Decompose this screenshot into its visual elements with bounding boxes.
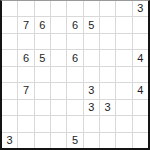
empty-cell-r4c1[interactable] (2, 50, 17, 65)
clue-cell-r4c3: 5 (35, 50, 50, 65)
empty-cell-r6c4[interactable] (51, 83, 66, 98)
empty-cell-r2c1[interactable] (2, 17, 17, 32)
empty-cell-r3c4[interactable] (51, 34, 66, 49)
empty-cell-r7c1[interactable] (2, 100, 17, 115)
empty-cell-r8c8[interactable] (116, 116, 131, 131)
clue-cell-r4c5: 6 (67, 50, 82, 65)
empty-cell-r3c2[interactable] (18, 34, 33, 49)
empty-cell-r2c9[interactable] (133, 17, 148, 32)
clue-cell-r1c9: 3 (133, 1, 148, 16)
clue-cell-r9c5: 5 (67, 133, 82, 148)
empty-cell-r8c6[interactable] (84, 116, 99, 131)
empty-cell-r4c6[interactable] (84, 50, 99, 65)
empty-cell-r9c6[interactable] (84, 133, 99, 148)
empty-cell-r1c8[interactable] (116, 1, 131, 16)
empty-cell-r1c6[interactable] (84, 1, 99, 16)
empty-cell-r6c8[interactable] (116, 83, 131, 98)
empty-cell-r5c3[interactable] (35, 67, 50, 82)
clue-cell-r7c6: 3 (84, 100, 99, 115)
empty-cell-r7c9[interactable] (133, 100, 148, 115)
empty-cell-r1c1[interactable] (2, 1, 17, 16)
empty-cell-r2c8[interactable] (116, 17, 131, 32)
empty-cell-r3c9[interactable] (133, 34, 148, 49)
clue-cell-r2c2: 7 (18, 17, 33, 32)
empty-cell-r3c3[interactable] (35, 34, 50, 49)
empty-cell-r8c5[interactable] (67, 116, 82, 131)
empty-cell-r7c5[interactable] (67, 100, 82, 115)
empty-cell-r8c7[interactable] (100, 116, 115, 131)
empty-cell-r3c5[interactable] (67, 34, 82, 49)
empty-cell-r1c2[interactable] (18, 1, 33, 16)
empty-cell-r6c3[interactable] (35, 83, 50, 98)
clue-cell-r4c2: 6 (18, 50, 33, 65)
empty-cell-r3c7[interactable] (100, 34, 115, 49)
clue-cell-r6c6: 3 (84, 83, 99, 98)
empty-cell-r5c4[interactable] (51, 67, 66, 82)
empty-cell-r9c3[interactable] (35, 133, 50, 148)
empty-cell-r9c2[interactable] (18, 133, 33, 148)
empty-cell-r2c7[interactable] (100, 17, 115, 32)
empty-cell-r8c4[interactable] (51, 116, 66, 131)
empty-cell-r9c7[interactable] (100, 133, 115, 148)
empty-cell-r7c2[interactable] (18, 100, 33, 115)
empty-cell-r5c6[interactable] (84, 67, 99, 82)
empty-cell-r5c5[interactable] (67, 67, 82, 82)
clue-cell-r6c9: 4 (133, 83, 148, 98)
clue-cell-r9c1: 3 (2, 133, 17, 148)
empty-cell-r3c1[interactable] (2, 34, 17, 49)
empty-cell-r7c3[interactable] (35, 100, 50, 115)
empty-cell-r1c3[interactable] (35, 1, 50, 16)
empty-cell-r8c2[interactable] (18, 116, 33, 131)
empty-cell-r5c9[interactable] (133, 67, 148, 82)
puzzle-board: 3766565647343335 (0, 0, 150, 150)
empty-cell-r3c6[interactable] (84, 34, 99, 49)
empty-cell-r6c7[interactable] (100, 83, 115, 98)
empty-cell-r8c1[interactable] (2, 116, 17, 131)
empty-cell-r1c4[interactable] (51, 1, 66, 16)
empty-cell-r9c9[interactable] (133, 133, 148, 148)
clue-cell-r6c2: 7 (18, 83, 33, 98)
empty-cell-r1c7[interactable] (100, 1, 115, 16)
empty-cell-r5c1[interactable] (2, 67, 17, 82)
clue-cell-r2c3: 6 (35, 17, 50, 32)
clue-cell-r2c6: 5 (84, 17, 99, 32)
empty-cell-r2c4[interactable] (51, 17, 66, 32)
empty-cell-r8c9[interactable] (133, 116, 148, 131)
empty-cell-r5c8[interactable] (116, 67, 131, 82)
empty-cell-r4c8[interactable] (116, 50, 131, 65)
empty-cell-r6c5[interactable] (67, 83, 82, 98)
empty-cell-r6c1[interactable] (2, 83, 17, 98)
empty-cell-r1c5[interactable] (67, 1, 82, 16)
empty-cell-r3c8[interactable] (116, 34, 131, 49)
empty-cell-r5c2[interactable] (18, 67, 33, 82)
empty-cell-r4c7[interactable] (100, 50, 115, 65)
clue-cell-r7c7: 3 (100, 100, 115, 115)
empty-cell-r8c3[interactable] (35, 116, 50, 131)
clue-cell-r2c5: 6 (67, 17, 82, 32)
empty-cell-r7c4[interactable] (51, 100, 66, 115)
empty-cell-r9c8[interactable] (116, 133, 131, 148)
empty-cell-r5c7[interactable] (100, 67, 115, 82)
clue-cell-r4c9: 4 (133, 50, 148, 65)
empty-cell-r7c8[interactable] (116, 100, 131, 115)
empty-cell-r9c4[interactable] (51, 133, 66, 148)
empty-cell-r4c4[interactable] (51, 50, 66, 65)
